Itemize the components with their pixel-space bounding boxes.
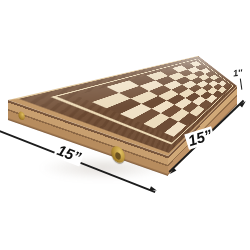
brass-hinge-pin <box>18 111 24 121</box>
thickness-tick <box>240 79 243 90</box>
clasp-hole <box>115 152 121 161</box>
thickness-annotation: 1″ <box>232 67 243 78</box>
arrowhead-icon <box>239 100 247 108</box>
thickness-label: 1″ <box>232 67 243 78</box>
product-photo: 15” 15” 1″ <box>0 0 250 250</box>
arrowhead-icon <box>149 187 157 193</box>
